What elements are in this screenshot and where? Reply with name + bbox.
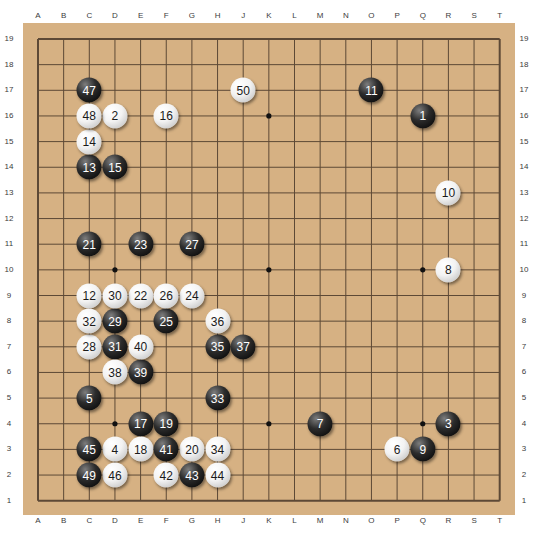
coord-label-bottom-F: F	[164, 517, 169, 525]
coord-label-left-15: 15	[5, 138, 14, 146]
coord-label-left-5: 5	[7, 394, 11, 402]
stone-white-22-E9: 22	[128, 283, 153, 308]
coord-label-right-2: 2	[522, 471, 526, 479]
coord-label-right-15: 15	[520, 138, 529, 146]
stone-black-45-C3: 45	[77, 437, 102, 462]
coord-label-top-H: H	[215, 12, 221, 20]
coord-label-top-L: L	[292, 12, 296, 20]
coord-label-right-10: 10	[520, 266, 529, 274]
coord-label-top-F: F	[164, 12, 169, 20]
coord-label-top-R: R	[446, 12, 452, 20]
coord-label-bottom-B: B	[61, 517, 66, 525]
coord-label-top-J: J	[241, 12, 245, 20]
stone-black-31-D7: 31	[102, 334, 127, 359]
coord-label-left-12: 12	[5, 215, 14, 223]
stone-black-29-D8: 29	[102, 309, 127, 334]
coord-label-bottom-N: N	[343, 517, 349, 525]
coord-label-top-S: S	[471, 12, 476, 20]
coord-label-bottom-S: S	[471, 517, 476, 525]
coord-label-right-4: 4	[522, 420, 526, 428]
stone-white-30-D9: 30	[102, 283, 127, 308]
coord-label-top-D: D	[112, 12, 118, 20]
stone-white-48-C16: 48	[77, 103, 102, 128]
coord-label-right-18: 18	[520, 61, 529, 69]
coord-label-top-K: K	[266, 12, 271, 20]
stone-black-15-D14: 15	[102, 155, 127, 180]
coord-label-bottom-L: L	[292, 517, 296, 525]
stone-white-4-D3: 4	[102, 437, 127, 462]
stone-white-32-C8: 32	[77, 309, 102, 334]
coord-label-bottom-H: H	[215, 517, 221, 525]
stone-white-36-H8: 36	[205, 309, 230, 334]
stone-white-2-D16: 2	[102, 103, 127, 128]
go-diagram-page: AABBCCDDEEFFGGHHJJKKLLMMNNOOPPQQRRSSTT19…	[0, 0, 540, 540]
stone-black-1-Q16: 1	[410, 103, 435, 128]
coord-label-bottom-K: K	[266, 517, 271, 525]
stone-black-17-E4: 17	[128, 411, 153, 436]
coord-label-top-E: E	[138, 12, 143, 20]
coord-label-right-6: 6	[522, 368, 526, 376]
stone-white-26-F9: 26	[154, 283, 179, 308]
coord-label-right-7: 7	[522, 343, 526, 351]
stone-white-44-H2: 44	[205, 463, 230, 488]
stone-white-10-R13: 10	[436, 180, 461, 205]
stone-white-8-R10: 8	[436, 257, 461, 282]
coord-label-left-17: 17	[5, 86, 14, 94]
coord-label-left-16: 16	[5, 112, 14, 120]
coord-label-left-13: 13	[5, 189, 14, 197]
coord-label-bottom-C: C	[86, 517, 92, 525]
stone-white-18-E3: 18	[128, 437, 153, 462]
coord-label-top-G: G	[189, 12, 195, 20]
coord-label-left-10: 10	[5, 266, 14, 274]
coord-label-bottom-P: P	[394, 517, 399, 525]
coord-label-bottom-A: A	[35, 517, 40, 525]
coord-label-top-Q: Q	[420, 12, 426, 20]
stone-black-5-C5: 5	[77, 386, 102, 411]
coord-label-left-14: 14	[5, 163, 14, 171]
stone-white-24-G9: 24	[179, 283, 204, 308]
coord-label-top-T: T	[497, 12, 502, 20]
stone-black-11-O17: 11	[359, 78, 384, 103]
stone-black-47-C17: 47	[77, 78, 102, 103]
coord-label-bottom-T: T	[497, 517, 502, 525]
stone-black-35-H7: 35	[205, 334, 230, 359]
coord-label-left-6: 6	[7, 368, 11, 376]
stone-white-46-D2: 46	[102, 463, 127, 488]
coord-label-left-3: 3	[7, 445, 11, 453]
coord-label-left-19: 19	[5, 35, 14, 43]
stone-white-20-G3: 20	[179, 437, 204, 462]
stone-black-13-C14: 13	[77, 155, 102, 180]
stone-white-12-C9: 12	[77, 283, 102, 308]
stone-black-7-M4: 7	[308, 411, 333, 436]
stone-black-19-F4: 19	[154, 411, 179, 436]
stone-black-39-E6: 39	[128, 360, 153, 385]
stone-white-16-F16: 16	[154, 103, 179, 128]
coord-label-top-N: N	[343, 12, 349, 20]
coord-label-top-C: C	[86, 12, 92, 20]
coord-label-right-1: 1	[522, 497, 526, 505]
stone-white-50-J17: 50	[231, 78, 256, 103]
stone-black-3-R4: 3	[436, 411, 461, 436]
stone-black-43-G2: 43	[179, 463, 204, 488]
stone-white-38-D6: 38	[102, 360, 127, 385]
stone-white-6-P3: 6	[385, 437, 410, 462]
coord-label-left-11: 11	[5, 240, 13, 248]
coord-label-bottom-O: O	[368, 517, 374, 525]
stone-black-41-F3: 41	[154, 437, 179, 462]
coord-label-left-4: 4	[7, 420, 11, 428]
coord-label-right-3: 3	[522, 445, 526, 453]
coord-label-bottom-M: M	[317, 517, 324, 525]
coord-label-top-A: A	[35, 12, 40, 20]
stone-black-23-E11: 23	[128, 232, 153, 257]
coord-label-left-18: 18	[5, 61, 14, 69]
stone-black-37-J7: 37	[231, 334, 256, 359]
coord-label-bottom-R: R	[446, 517, 452, 525]
coord-label-right-14: 14	[520, 163, 529, 171]
coord-label-bottom-G: G	[189, 517, 195, 525]
stone-white-28-C7: 28	[77, 334, 102, 359]
stone-white-40-E7: 40	[128, 334, 153, 359]
stone-black-49-C2: 49	[77, 463, 102, 488]
coord-label-bottom-D: D	[112, 517, 118, 525]
coord-label-bottom-E: E	[138, 517, 143, 525]
coord-label-right-13: 13	[520, 189, 529, 197]
stone-black-21-C11: 21	[77, 232, 102, 257]
stone-black-9-Q3: 9	[410, 437, 435, 462]
coord-label-right-8: 8	[522, 317, 526, 325]
coord-label-bottom-Q: Q	[420, 517, 426, 525]
coord-label-right-5: 5	[522, 394, 526, 402]
coord-label-bottom-J: J	[241, 517, 245, 525]
coord-label-left-8: 8	[7, 317, 11, 325]
coord-label-right-11: 11	[520, 240, 528, 248]
coord-label-left-7: 7	[7, 343, 11, 351]
coord-label-left-1: 1	[7, 497, 11, 505]
coord-label-top-O: O	[368, 12, 374, 20]
coord-label-right-12: 12	[520, 215, 529, 223]
stone-black-33-H5: 33	[205, 386, 230, 411]
coord-label-right-19: 19	[520, 35, 529, 43]
stone-white-14-C15: 14	[77, 129, 102, 154]
stone-white-42-F2: 42	[154, 463, 179, 488]
coord-label-top-P: P	[394, 12, 399, 20]
coord-label-top-M: M	[317, 12, 324, 20]
coord-label-right-9: 9	[522, 292, 526, 300]
coord-label-right-17: 17	[520, 86, 529, 94]
coord-label-top-B: B	[61, 12, 66, 20]
stone-white-34-H3: 34	[205, 437, 230, 462]
stone-black-25-F8: 25	[154, 309, 179, 334]
coord-label-right-16: 16	[520, 112, 529, 120]
stone-black-27-G11: 27	[179, 232, 204, 257]
coord-label-left-9: 9	[7, 292, 11, 300]
coord-label-left-2: 2	[7, 471, 11, 479]
